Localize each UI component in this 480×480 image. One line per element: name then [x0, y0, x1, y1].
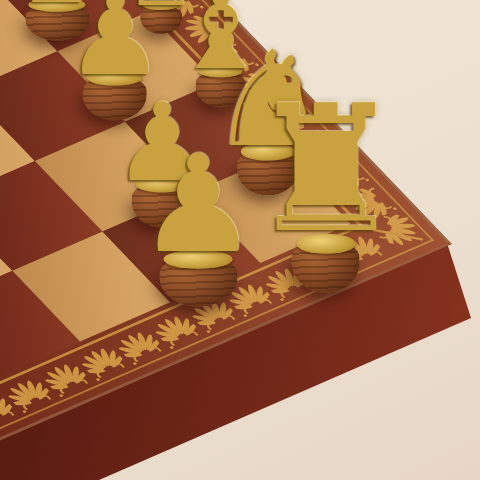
pawn-glyph: ♟	[137, 141, 258, 269]
pieces-layer: ♛♚♝♟♞♟♜♟	[0, 0, 480, 480]
piece-gold-pawn-g2[interactable]: ♟	[137, 141, 258, 307]
piece-gold-rook-h1[interactable]: ♜	[248, 87, 405, 293]
chessboard-photo-scene: ♛♚♝♟♞♟♜♟	[0, 0, 480, 480]
rook-glyph: ♜	[248, 87, 405, 253]
pawn-glyph: ♟	[66, 0, 165, 88]
